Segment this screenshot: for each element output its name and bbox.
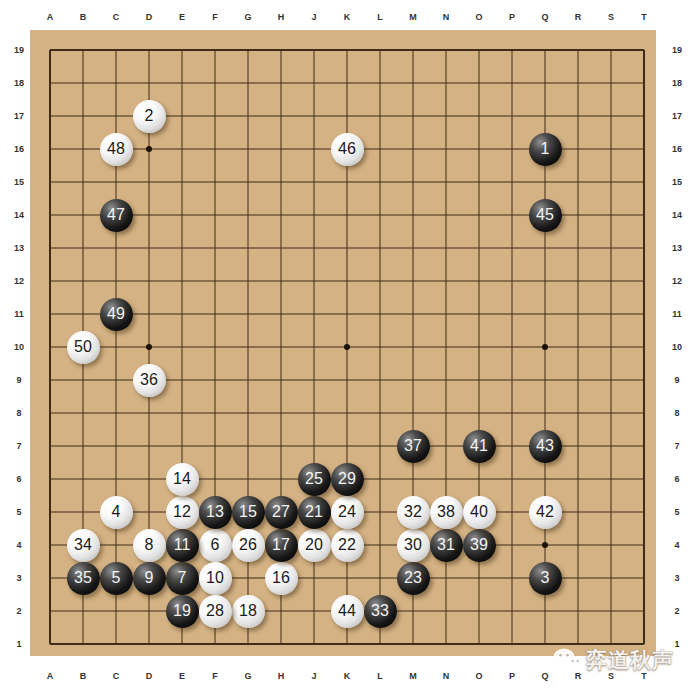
go-stone-black: 13 — [199, 496, 232, 529]
go-stone-white: 6 — [199, 529, 232, 562]
go-stone-black: 19 — [166, 595, 199, 628]
row-label-right: 17 — [672, 111, 682, 121]
row-label-right: 14 — [672, 210, 682, 220]
row-label-left: 4 — [16, 540, 21, 550]
row-label-right: 8 — [674, 408, 679, 418]
go-stone-white: 32 — [397, 496, 430, 529]
col-label-top: C — [113, 12, 120, 22]
row-label-right: 11 — [672, 309, 682, 319]
col-label-bottom: J — [311, 671, 316, 681]
go-stone-black: 7 — [166, 562, 199, 595]
row-label-left: 19 — [14, 45, 24, 55]
col-label-top: S — [608, 12, 614, 22]
go-stone-white: 36 — [133, 364, 166, 397]
row-label-right: 15 — [672, 177, 682, 187]
go-stone-black: 25 — [298, 463, 331, 496]
row-label-right: 12 — [672, 276, 682, 286]
watermark: 弈道秋声 — [553, 644, 674, 676]
wechat-icon — [553, 647, 583, 673]
col-label-top: Q — [541, 12, 548, 22]
go-stone-white: 4 — [100, 496, 133, 529]
row-label-left: 9 — [16, 375, 21, 385]
row-label-left: 18 — [14, 78, 24, 88]
go-stone-white: 38 — [430, 496, 463, 529]
col-label-top: H — [278, 12, 285, 22]
row-label-left: 5 — [16, 507, 21, 517]
col-label-top: N — [443, 12, 450, 22]
stone-grid: 1234567891011121314151617181920212223242… — [34, 34, 661, 661]
col-label-bottom: D — [146, 671, 153, 681]
go-stone-black: 43 — [529, 430, 562, 463]
row-label-right: 16 — [672, 144, 682, 154]
go-stone-white: 28 — [199, 595, 232, 628]
go-stone-black: 5 — [100, 562, 133, 595]
go-stone-white: 48 — [100, 133, 133, 166]
go-stone-white: 14 — [166, 463, 199, 496]
col-label-bottom: E — [179, 671, 185, 681]
col-label-bottom: Q — [541, 671, 548, 681]
col-label-bottom: C — [113, 671, 120, 681]
row-label-right: 6 — [674, 474, 679, 484]
row-label-right: 18 — [672, 78, 682, 88]
go-stone-white: 40 — [463, 496, 496, 529]
row-label-right: 19 — [672, 45, 682, 55]
col-label-top: L — [377, 12, 383, 22]
row-label-left: 14 — [14, 210, 24, 220]
go-stone-black: 47 — [100, 199, 133, 232]
watermark-text: 弈道秋声 — [586, 646, 674, 674]
col-label-top: F — [212, 12, 218, 22]
row-label-right: 5 — [674, 507, 679, 517]
go-stone-black: 39 — [463, 529, 496, 562]
go-stone-black: 23 — [397, 562, 430, 595]
row-label-left: 12 — [14, 276, 24, 286]
go-stone-white: 46 — [331, 133, 364, 166]
go-stone-black: 3 — [529, 562, 562, 595]
col-label-bottom: M — [409, 671, 417, 681]
go-stone-white: 24 — [331, 496, 364, 529]
col-label-bottom: P — [509, 671, 515, 681]
col-label-top: T — [641, 12, 647, 22]
col-label-bottom: O — [475, 671, 482, 681]
go-stone-white: 22 — [331, 529, 364, 562]
row-label-left: 6 — [16, 474, 21, 484]
col-label-bottom: K — [344, 671, 351, 681]
row-label-left: 1 — [16, 639, 21, 649]
go-stone-white: 10 — [199, 562, 232, 595]
go-stone-black: 15 — [232, 496, 265, 529]
row-label-left: 2 — [16, 606, 21, 616]
go-stone-black: 1 — [529, 133, 562, 166]
go-stone-black: 49 — [100, 298, 133, 331]
go-stone-white: 12 — [166, 496, 199, 529]
row-label-right: 9 — [674, 375, 679, 385]
go-stone-black: 45 — [529, 199, 562, 232]
col-label-top: G — [244, 12, 251, 22]
go-stone-black: 27 — [265, 496, 298, 529]
col-label-top: M — [409, 12, 417, 22]
go-stone-white: 20 — [298, 529, 331, 562]
col-label-bottom: H — [278, 671, 285, 681]
row-label-left: 7 — [16, 441, 21, 451]
go-stone-black: 17 — [265, 529, 298, 562]
go-stone-white: 26 — [232, 529, 265, 562]
col-label-top: P — [509, 12, 515, 22]
go-stone-black: 41 — [463, 430, 496, 463]
row-label-left: 10 — [14, 342, 24, 352]
row-label-right: 3 — [674, 573, 679, 583]
go-stone-black: 33 — [364, 595, 397, 628]
go-stone-white: 44 — [331, 595, 364, 628]
row-label-right: 10 — [672, 342, 682, 352]
go-stone-white: 30 — [397, 529, 430, 562]
go-stone-white: 50 — [67, 331, 100, 364]
row-label-left: 15 — [14, 177, 24, 187]
row-label-left: 11 — [14, 309, 24, 319]
col-label-top: R — [575, 12, 582, 22]
row-label-right: 1 — [674, 639, 679, 649]
go-stone-white: 42 — [529, 496, 562, 529]
go-kifu-diagram: AABBCCDDEEFFGGHHJJKKLLMMNNOOPPQQRRSSTT19… — [0, 0, 700, 700]
col-label-top: D — [146, 12, 153, 22]
go-stone-white: 16 — [265, 562, 298, 595]
col-label-top: O — [475, 12, 482, 22]
col-label-bottom: B — [80, 671, 87, 681]
row-label-right: 13 — [672, 243, 682, 253]
go-stone-white: 34 — [67, 529, 100, 562]
col-label-bottom: F — [212, 671, 218, 681]
go-stone-white: 8 — [133, 529, 166, 562]
row-label-right: 2 — [674, 606, 679, 616]
col-label-bottom: N — [443, 671, 450, 681]
col-label-bottom: A — [47, 671, 54, 681]
row-label-left: 13 — [14, 243, 24, 253]
row-label-left: 16 — [14, 144, 24, 154]
row-label-left: 3 — [16, 573, 21, 583]
go-stone-white: 2 — [133, 100, 166, 133]
go-stone-black: 21 — [298, 496, 331, 529]
col-label-bottom: L — [377, 671, 383, 681]
col-label-top: B — [80, 12, 87, 22]
col-label-top: E — [179, 12, 185, 22]
go-stone-black: 9 — [133, 562, 166, 595]
col-label-top: A — [47, 12, 54, 22]
go-stone-black: 37 — [397, 430, 430, 463]
row-label-right: 7 — [674, 441, 679, 451]
row-label-right: 4 — [674, 540, 679, 550]
row-label-left: 8 — [16, 408, 21, 418]
row-label-left: 17 — [14, 111, 24, 121]
col-label-top: K — [344, 12, 351, 22]
go-stone-black: 29 — [331, 463, 364, 496]
go-stone-white: 18 — [232, 595, 265, 628]
col-label-top: J — [311, 12, 316, 22]
go-stone-black: 35 — [67, 562, 100, 595]
go-stone-black: 31 — [430, 529, 463, 562]
go-stone-black: 11 — [166, 529, 199, 562]
col-label-bottom: G — [244, 671, 251, 681]
